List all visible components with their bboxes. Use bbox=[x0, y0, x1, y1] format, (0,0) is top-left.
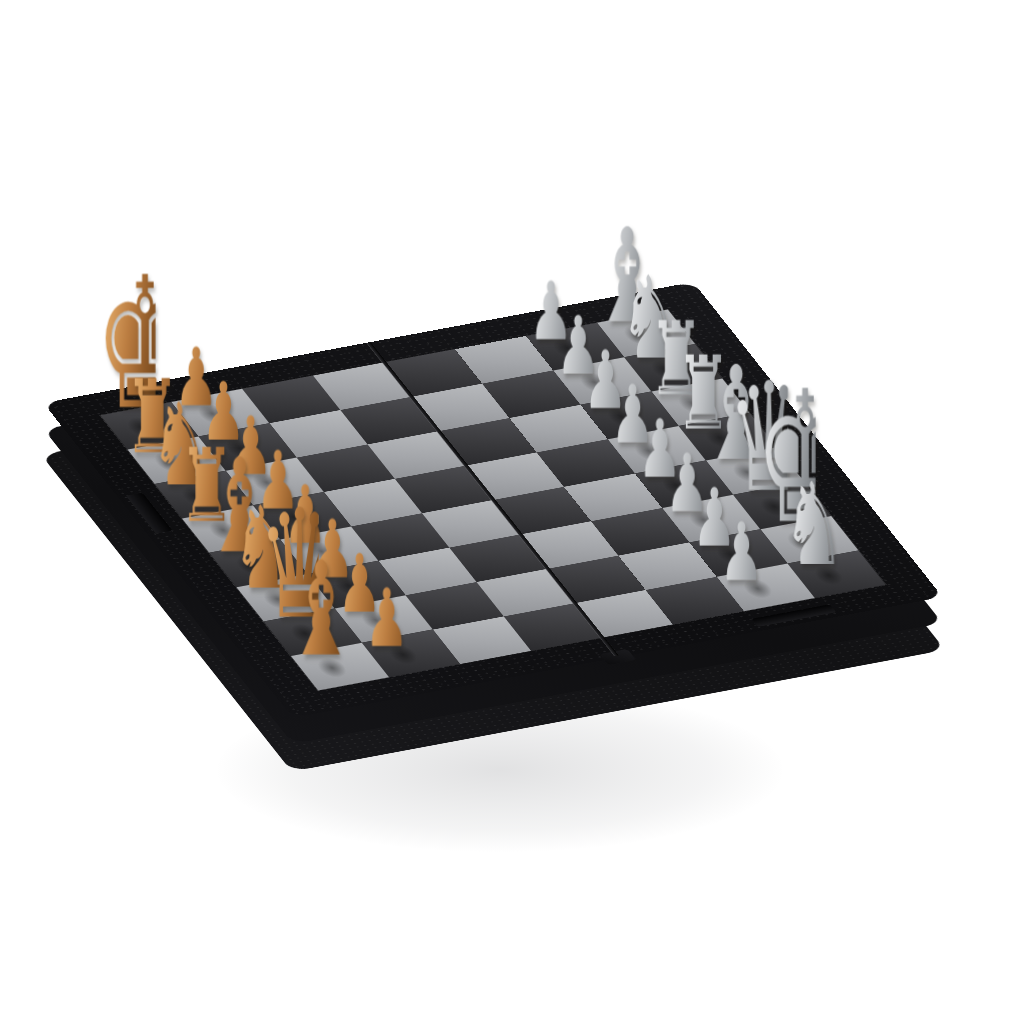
square-c6[interactable] bbox=[509, 405, 607, 453]
piece-gold-pawn-h2[interactable]: ♟ bbox=[356, 581, 417, 658]
piece-contact-shadow bbox=[612, 318, 665, 350]
piece-silver-pawn-b7[interactable]: ♟ bbox=[548, 309, 609, 386]
board-wrapper: ♝♞♜♜♝♛♚♞♟♟♟♟♟♟♟♟♟♟♟♟♟♟♟♟♚♜♞♜♝♞♛♝ bbox=[0, 0, 1024, 1024]
square-a3[interactable] bbox=[242, 376, 340, 424]
square-b5[interactable] bbox=[411, 384, 509, 432]
square-d6[interactable] bbox=[537, 439, 635, 487]
piece-gold-king-a1[interactable]: ♚ bbox=[95, 257, 156, 430]
board-base: ♝♞♜♜♝♛♚♞♟♟♟♟♟♟♟♟♟♟♟♟♟♟♟♟♚♜♞♜♝♞♛♝ bbox=[43, 282, 942, 718]
square-a4[interactable] bbox=[313, 362, 411, 410]
piece-silver-knight-h8[interactable]: ♞ bbox=[782, 470, 843, 579]
square-d5[interactable] bbox=[466, 452, 564, 500]
piece-silver-pawn-d7[interactable]: ♟ bbox=[602, 378, 663, 455]
square-a5[interactable] bbox=[384, 349, 482, 397]
piece-contact-shadow bbox=[666, 387, 719, 419]
piece-contact-shadow bbox=[568, 366, 621, 398]
piece-gold-pawn-a2[interactable]: ♟ bbox=[166, 341, 227, 418]
square-b6[interactable] bbox=[482, 370, 580, 418]
piece-silver-pawn-h7[interactable]: ♟ bbox=[711, 515, 772, 592]
square-b7[interactable]: ♟ bbox=[553, 357, 651, 405]
piece-contact-shadow bbox=[639, 353, 692, 385]
piece-silver-pawn-c7[interactable]: ♟ bbox=[575, 343, 636, 420]
piece-silver-bishop-a8[interactable]: ♝ bbox=[591, 214, 652, 338]
square-h4[interactable] bbox=[504, 603, 602, 651]
piece-contact-shadow bbox=[595, 400, 648, 432]
piece-gold-bishop-h1[interactable]: ♝ bbox=[285, 548, 346, 672]
piece-silver-knight-b8[interactable]: ♞ bbox=[619, 264, 680, 373]
piece-contact-shadow bbox=[115, 411, 168, 443]
square-h8[interactable]: ♞ bbox=[788, 550, 886, 598]
piece-silver-pawn-a7[interactable]: ♟ bbox=[520, 275, 581, 352]
square-c5[interactable] bbox=[439, 418, 537, 466]
piece-silver-rook-c8[interactable]: ♜ bbox=[646, 310, 707, 406]
piece-contact-shadow bbox=[186, 398, 239, 430]
square-a8[interactable]: ♝ bbox=[597, 310, 695, 358]
product-photo-scene: ♝♞♜♜♝♛♚♞♟♟♟♟♟♟♟♟♟♟♟♟♟♟♟♟♚♜♞♜♝♞♛♝ bbox=[0, 0, 1024, 1024]
carry-notch-left bbox=[126, 493, 173, 534]
square-b4[interactable] bbox=[340, 397, 438, 445]
piece-silver-rook-d8[interactable]: ♜ bbox=[673, 345, 734, 441]
square-a6[interactable] bbox=[455, 336, 553, 384]
piece-contact-shadow bbox=[541, 332, 594, 364]
square-a7[interactable]: ♟ bbox=[526, 323, 624, 371]
square-b8[interactable]: ♞ bbox=[624, 344, 722, 392]
square-c7[interactable]: ♟ bbox=[580, 392, 678, 440]
piece-gold-rook-b1[interactable]: ♜ bbox=[122, 368, 183, 464]
square-c4[interactable] bbox=[368, 431, 466, 479]
